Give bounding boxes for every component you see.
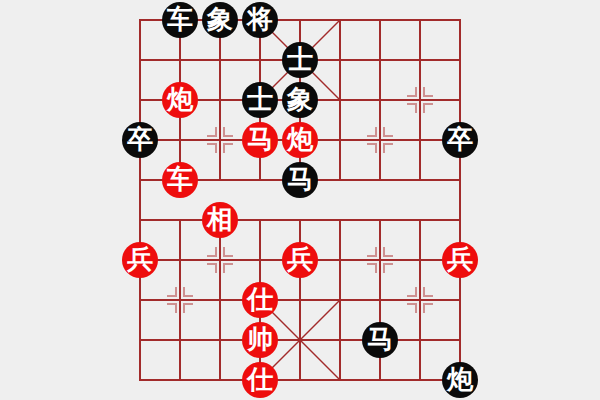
red-horse-piece[interactable]: 马 xyxy=(242,122,278,158)
black-chariot-piece[interactable]: 车 xyxy=(162,2,198,38)
point-f5-r9[interactable] xyxy=(320,360,360,400)
piece-glyph: 车 xyxy=(167,166,193,192)
point-f1-r5[interactable] xyxy=(160,200,200,240)
black-general-piece[interactable]: 将 xyxy=(242,2,278,38)
point-f4-r7[interactable] xyxy=(280,280,320,320)
piece-glyph: 仕 xyxy=(247,366,273,392)
point-f8-r5[interactable] xyxy=(440,200,480,240)
point-f8-r6[interactable]: 兵 xyxy=(440,240,480,280)
point-f7-r9[interactable] xyxy=(400,360,440,400)
point-f0-r9[interactable] xyxy=(120,360,160,400)
point-f5-r2[interactable] xyxy=(320,80,360,120)
point-f1-r4[interactable]: 车 xyxy=(160,160,200,200)
piece-glyph: 马 xyxy=(287,166,313,192)
point-f8-r1[interactable] xyxy=(440,40,480,80)
point-f2-r4[interactable] xyxy=(200,160,240,200)
point-f3-r2[interactable]: 士 xyxy=(240,80,280,120)
piece-glyph: 车 xyxy=(167,6,193,32)
point-f0-r4[interactable] xyxy=(120,160,160,200)
point-f8-r2[interactable] xyxy=(440,80,480,120)
point-f1-r7[interactable] xyxy=(160,280,200,320)
point-f1-r9[interactable] xyxy=(160,360,200,400)
point-f5-r3[interactable] xyxy=(320,120,360,160)
point-f0-r2[interactable] xyxy=(120,80,160,120)
red-advisor-piece[interactable]: 仕 xyxy=(242,362,278,398)
point-f8-r8[interactable] xyxy=(440,320,480,360)
red-advisor-piece[interactable]: 仕 xyxy=(242,282,278,318)
point-f1-r2[interactable]: 炮 xyxy=(160,80,200,120)
point-f5-r5[interactable] xyxy=(320,200,360,240)
piece-glyph: 炮 xyxy=(447,366,473,392)
point-f4-r0[interactable] xyxy=(280,0,320,40)
point-f2-r6[interactable] xyxy=(200,240,240,280)
point-f5-r7[interactable] xyxy=(320,280,360,320)
point-f7-r5[interactable] xyxy=(400,200,440,240)
point-f8-r3[interactable]: 卒 xyxy=(440,120,480,160)
point-f1-r3[interactable] xyxy=(160,120,200,160)
point-f0-r0[interactable] xyxy=(120,0,160,40)
point-f6-r3[interactable] xyxy=(360,120,400,160)
point-f2-r5[interactable]: 相 xyxy=(200,200,240,240)
point-f4-r6[interactable]: 兵 xyxy=(280,240,320,280)
point-f1-r6[interactable] xyxy=(160,240,200,280)
point-f7-r8[interactable] xyxy=(400,320,440,360)
point-f1-r8[interactable] xyxy=(160,320,200,360)
piece-glyph: 卒 xyxy=(127,126,153,152)
point-f5-r0[interactable] xyxy=(320,0,360,40)
piece-glyph: 兵 xyxy=(287,246,313,272)
point-f7-r6[interactable] xyxy=(400,240,440,280)
piece-glyph: 马 xyxy=(367,326,393,352)
red-cannon-piece[interactable]: 炮 xyxy=(162,82,198,118)
point-f0-r8[interactable] xyxy=(120,320,160,360)
point-f4-r1[interactable]: 士 xyxy=(280,40,320,80)
red-soldier-piece[interactable]: 兵 xyxy=(442,242,478,278)
red-soldier-piece[interactable]: 兵 xyxy=(122,242,158,278)
point-f5-r8[interactable] xyxy=(320,320,360,360)
point-f0-r5[interactable] xyxy=(120,200,160,240)
red-chariot-piece[interactable]: 车 xyxy=(162,162,198,198)
piece-glyph: 兵 xyxy=(127,246,153,272)
point-f3-r3[interactable]: 马 xyxy=(240,120,280,160)
point-f7-r3[interactable] xyxy=(400,120,440,160)
point-f6-r9[interactable] xyxy=(360,360,400,400)
xiangqi-board: 车象将士炮士象卒马炮卒车马相兵兵兵仕帅马仕炮 xyxy=(120,0,480,400)
point-f3-r1[interactable] xyxy=(240,40,280,80)
piece-glyph: 炮 xyxy=(287,126,313,152)
point-f2-r9[interactable] xyxy=(200,360,240,400)
point-f7-r4[interactable] xyxy=(400,160,440,200)
point-f3-r0[interactable]: 将 xyxy=(240,0,280,40)
point-f7-r7[interactable] xyxy=(400,280,440,320)
piece-glyph: 卒 xyxy=(447,126,473,152)
point-f7-r2[interactable] xyxy=(400,80,440,120)
point-f1-r1[interactable] xyxy=(160,40,200,80)
point-f2-r8[interactable] xyxy=(200,320,240,360)
point-f5-r6[interactable] xyxy=(320,240,360,280)
point-f4-r3[interactable]: 炮 xyxy=(280,120,320,160)
piece-glyph: 帅 xyxy=(247,326,273,352)
point-f0-r7[interactable] xyxy=(120,280,160,320)
point-f6-r4[interactable] xyxy=(360,160,400,200)
point-f1-r0[interactable]: 车 xyxy=(160,0,200,40)
piece-glyph: 将 xyxy=(247,6,273,32)
point-f0-r3[interactable]: 卒 xyxy=(120,120,160,160)
point-f6-r2[interactable] xyxy=(360,80,400,120)
black-elephant-piece[interactable]: 象 xyxy=(202,2,238,38)
black-horse-piece[interactable]: 马 xyxy=(362,322,398,358)
point-f2-r1[interactable] xyxy=(200,40,240,80)
black-soldier-piece[interactable]: 卒 xyxy=(122,122,158,158)
red-general-piece[interactable]: 帅 xyxy=(242,322,278,358)
point-f6-r6[interactable] xyxy=(360,240,400,280)
point-f3-r4[interactable] xyxy=(240,160,280,200)
point-f6-r7[interactable] xyxy=(360,280,400,320)
piece-glyph: 仕 xyxy=(247,286,273,312)
point-f2-r3[interactable] xyxy=(200,120,240,160)
red-soldier-piece[interactable]: 兵 xyxy=(282,242,318,278)
black-advisor-piece[interactable]: 士 xyxy=(282,42,318,78)
point-f2-r2[interactable] xyxy=(200,80,240,120)
point-f3-r7[interactable]: 仕 xyxy=(240,280,280,320)
point-f4-r2[interactable]: 象 xyxy=(280,80,320,120)
point-f6-r5[interactable] xyxy=(360,200,400,240)
red-elephant-piece[interactable]: 相 xyxy=(202,202,238,238)
piece-glyph: 马 xyxy=(247,126,273,152)
point-f6-r8[interactable]: 马 xyxy=(360,320,400,360)
point-f8-r7[interactable] xyxy=(440,280,480,320)
black-cannon-piece[interactable]: 炮 xyxy=(442,362,478,398)
red-cannon-piece[interactable]: 炮 xyxy=(282,122,318,158)
point-f3-r9[interactable]: 仕 xyxy=(240,360,280,400)
point-f8-r9[interactable]: 炮 xyxy=(440,360,480,400)
black-advisor-piece[interactable]: 士 xyxy=(242,82,278,118)
point-f8-r4[interactable] xyxy=(440,160,480,200)
point-f4-r4[interactable]: 马 xyxy=(280,160,320,200)
black-horse-piece[interactable]: 马 xyxy=(282,162,318,198)
piece-glyph: 兵 xyxy=(447,246,473,272)
xiangqi-screenshot: 车象将士炮士象卒马炮卒车马相兵兵兵仕帅马仕炮 xyxy=(0,0,600,400)
point-f5-r4[interactable] xyxy=(320,160,360,200)
point-f4-r8[interactable] xyxy=(280,320,320,360)
piece-glyph: 相 xyxy=(207,206,233,232)
point-f4-r5[interactable] xyxy=(280,200,320,240)
point-f2-r0[interactable]: 象 xyxy=(200,0,240,40)
point-f2-r7[interactable] xyxy=(200,280,240,320)
piece-glyph: 象 xyxy=(287,86,313,112)
point-f3-r5[interactable] xyxy=(240,200,280,240)
black-soldier-piece[interactable]: 卒 xyxy=(442,122,478,158)
piece-glyph: 士 xyxy=(247,86,273,112)
point-f8-r0[interactable] xyxy=(440,0,480,40)
point-f7-r1[interactable] xyxy=(400,40,440,80)
black-elephant-piece[interactable]: 象 xyxy=(282,82,318,118)
point-f0-r6[interactable]: 兵 xyxy=(120,240,160,280)
point-f5-r1[interactable] xyxy=(320,40,360,80)
piece-glyph: 士 xyxy=(287,46,313,72)
piece-glyph: 炮 xyxy=(167,86,193,112)
point-f6-r0[interactable] xyxy=(360,0,400,40)
point-f6-r1[interactable] xyxy=(360,40,400,80)
point-f3-r8[interactable]: 帅 xyxy=(240,320,280,360)
point-f4-r9[interactable] xyxy=(280,360,320,400)
piece-glyph: 象 xyxy=(207,6,233,32)
point-f7-r0[interactable] xyxy=(400,0,440,40)
point-f3-r6[interactable] xyxy=(240,240,280,280)
point-f0-r1[interactable] xyxy=(120,40,160,80)
